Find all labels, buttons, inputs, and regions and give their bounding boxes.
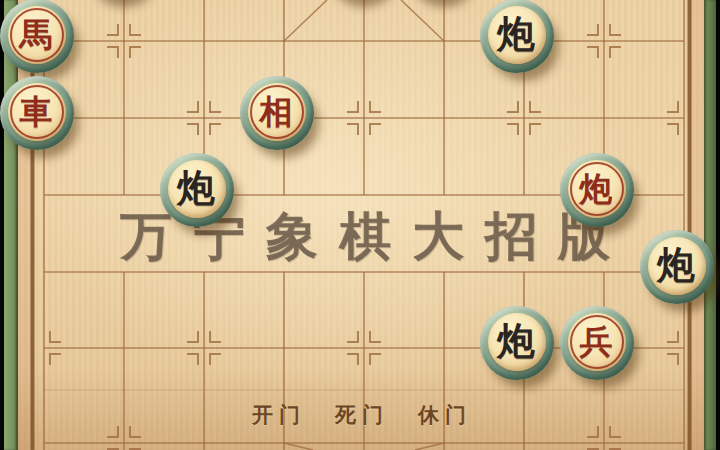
piece-cannon-g2[interactable]: 炮 — [480, 0, 554, 73]
piece-cannon-c4[interactable]: 炮 — [160, 153, 234, 227]
piece-glyph: 兵 — [580, 325, 613, 358]
piece-cannon-h4[interactable]: 炮 — [560, 153, 634, 227]
piece-glyph: 炮 — [497, 322, 535, 360]
piece-glyph: 炮 — [497, 15, 535, 53]
piece-glyph: 炮 — [580, 172, 613, 205]
piece-face: 炮 — [648, 237, 706, 295]
piece-face: 炮 — [568, 160, 626, 218]
piece-face: 炮 — [488, 313, 546, 371]
piece-face: 炮 — [488, 6, 546, 64]
piece-glyph: 車 — [20, 95, 53, 128]
piece-glyph: 馬 — [20, 18, 53, 51]
piece-cannon-i5[interactable]: 炮 — [640, 230, 714, 304]
piece-glyph: 相 — [260, 95, 293, 128]
game-screen: 万宁象棋大招版 开门死门休门 馬車相炮炮炮炮炮兵 — [0, 0, 720, 450]
piece-face: 車 — [8, 83, 66, 141]
gate-label-2[interactable]: 死门 — [335, 401, 389, 429]
piece-face: 兵 — [568, 313, 626, 371]
gate-label-3[interactable]: 休门 — [418, 401, 472, 429]
piece-soldier-h6[interactable]: 兵 — [560, 306, 634, 380]
piece-elephant-d3[interactable]: 相 — [240, 76, 314, 150]
piece-chariot-a3[interactable]: 車 — [0, 76, 74, 150]
gate-labels: 开门死门休门 — [252, 401, 472, 429]
piece-face: 炮 — [168, 160, 226, 218]
piece-cannon-g6[interactable]: 炮 — [480, 306, 554, 380]
piece-face: 馬 — [8, 6, 66, 64]
gate-label-1[interactable]: 开门 — [252, 401, 306, 429]
piece-glyph: 炮 — [177, 169, 215, 207]
piece-glyph: 炮 — [657, 246, 695, 284]
piece-horse-a2[interactable]: 馬 — [0, 0, 74, 73]
piece-face: 相 — [248, 83, 306, 141]
